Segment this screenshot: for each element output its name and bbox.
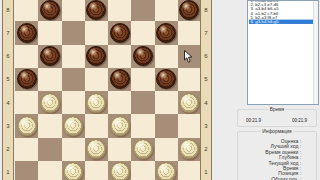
square-b7[interactable] (38, 21, 61, 44)
white-man-c1[interactable] (63, 162, 83, 180)
square-h7[interactable] (178, 21, 201, 44)
rank-label-5: 5 (3, 68, 13, 91)
square-d6[interactable] (85, 45, 108, 68)
square-c8[interactable] (62, 0, 85, 21)
info-label-8: Общих поз. : (236, 176, 316, 180)
square-e4[interactable] (108, 91, 131, 114)
square-a8[interactable] (15, 0, 38, 21)
rank-label-7: 7 (201, 21, 211, 44)
square-a1[interactable] (15, 161, 38, 180)
info-panel-rows: Оценка :Лучший ход :Время оценки :Глубин… (236, 138, 316, 180)
square-d4[interactable] (85, 91, 108, 114)
square-h8[interactable] (178, 0, 201, 21)
rank-label-4: 4 (201, 91, 211, 114)
rank-label-4: 4 (3, 91, 13, 114)
square-g6[interactable] (155, 45, 178, 68)
checkers-app-window: 87654321 87654321 1. c3-d4 d6-e52. b2-c3… (0, 0, 320, 180)
white-man-d2[interactable] (86, 139, 106, 159)
square-b3[interactable] (38, 114, 61, 137)
time-panel: Время 00:21.9 00:21.9 (237, 109, 317, 127)
square-g5[interactable] (155, 68, 178, 91)
square-h1[interactable] (178, 161, 201, 180)
square-f4[interactable] (131, 91, 154, 114)
rank-labels-right: 87654321 (200, 0, 212, 180)
square-b8[interactable] (38, 0, 61, 21)
square-b4[interactable] (38, 91, 61, 114)
rank-label-6: 6 (3, 45, 13, 68)
square-e6[interactable] (108, 45, 131, 68)
rank-label-1: 1 (3, 161, 13, 180)
square-f5[interactable] (131, 68, 154, 91)
black-man-f6[interactable] (133, 46, 153, 66)
square-c3[interactable] (62, 114, 85, 137)
white-clock: 00:21.9 (246, 118, 261, 123)
square-a4[interactable] (15, 91, 38, 114)
square-g2[interactable] (155, 138, 178, 161)
rank-label-8: 8 (201, 0, 211, 21)
square-c2[interactable] (62, 138, 85, 161)
rank-label-3: 3 (201, 114, 211, 137)
square-b6[interactable] (38, 45, 61, 68)
square-f3[interactable] (131, 114, 154, 137)
white-man-a3[interactable] (17, 116, 37, 136)
square-c1[interactable] (62, 161, 85, 180)
square-h3[interactable] (178, 114, 201, 137)
black-man-b6[interactable] (40, 46, 60, 66)
square-a5[interactable] (15, 68, 38, 91)
square-g1[interactable] (155, 161, 178, 180)
square-h2[interactable] (178, 138, 201, 161)
square-c7[interactable] (62, 21, 85, 44)
square-g4[interactable] (155, 91, 178, 114)
checkers-board (15, 0, 201, 180)
square-g7[interactable] (155, 21, 178, 44)
rank-label-6: 6 (201, 45, 211, 68)
square-f1[interactable] (131, 161, 154, 180)
rank-label-5: 5 (201, 68, 211, 91)
rank-label-1: 1 (201, 161, 211, 180)
square-c4[interactable] (62, 91, 85, 114)
white-man-g1[interactable] (156, 162, 176, 180)
square-d7[interactable] (85, 21, 108, 44)
square-a6[interactable] (15, 45, 38, 68)
black-man-d6[interactable] (86, 46, 106, 66)
square-f6[interactable] (131, 45, 154, 68)
square-d2[interactable] (85, 138, 108, 161)
square-a2[interactable] (15, 138, 38, 161)
rank-label-7: 7 (3, 21, 13, 44)
move-list-rows: 1. c3-d4 d6-e52. b2-c3 e7-d63. a3-b4 b6-… (249, 0, 314, 24)
square-d3[interactable] (85, 114, 108, 137)
black-man-d8[interactable] (86, 0, 106, 20)
square-c6[interactable] (62, 45, 85, 68)
square-b5[interactable] (38, 68, 61, 91)
square-d5[interactable] (85, 68, 108, 91)
rank-label-3: 3 (3, 114, 13, 137)
square-a7[interactable] (15, 21, 38, 44)
move-list[interactable]: 1. c3-d4 d6-e52. b2-c3 e7-d63. a3-b4 b6-… (247, 0, 319, 105)
square-f8[interactable] (131, 0, 154, 21)
black-man-b8[interactable] (40, 0, 60, 20)
info-panel: Информация Оценка :Лучший ход :Время оце… (237, 131, 317, 180)
rank-label-2: 2 (3, 138, 13, 161)
white-man-h4[interactable] (179, 93, 199, 113)
white-man-d4[interactable] (86, 93, 106, 113)
move-list-row-6[interactable]: 6. g3-h4 h6-g5 (249, 20, 314, 24)
black-clock: 00:21.9 (292, 118, 307, 123)
move-list-scrollbar[interactable] (313, 1, 318, 104)
square-d8[interactable] (85, 0, 108, 21)
black-man-a7[interactable] (17, 23, 37, 43)
white-man-f2[interactable] (133, 139, 153, 159)
white-man-c3[interactable] (63, 116, 83, 136)
side-panel: 1. c3-d4 d6-e52. b2-c3 e7-d63. a3-b4 b6-… (213, 0, 320, 180)
square-f7[interactable] (131, 21, 154, 44)
square-g8[interactable] (155, 0, 178, 21)
white-man-e1[interactable] (110, 162, 130, 180)
black-man-g5[interactable] (156, 69, 176, 89)
square-a3[interactable] (15, 114, 38, 137)
square-e1[interactable] (108, 161, 131, 180)
square-c5[interactable] (62, 68, 85, 91)
square-e5[interactable] (108, 68, 131, 91)
square-h4[interactable] (178, 91, 201, 114)
time-panel-title: Время (268, 107, 286, 112)
info-panel-title: Информация (261, 129, 294, 134)
black-man-h8[interactable] (179, 0, 199, 20)
square-e2[interactable] (108, 138, 131, 161)
white-man-e3[interactable] (110, 116, 130, 136)
rank-labels-left: 87654321 (2, 0, 14, 180)
square-e7[interactable] (108, 21, 131, 44)
white-man-h2[interactable] (179, 139, 199, 159)
black-man-g7[interactable] (156, 23, 176, 43)
mouse-cursor (184, 50, 193, 63)
square-e8[interactable] (108, 0, 131, 21)
square-b2[interactable] (38, 138, 61, 161)
rank-label-2: 2 (201, 138, 211, 161)
square-e3[interactable] (108, 114, 131, 137)
white-man-b4[interactable] (40, 93, 60, 113)
square-h5[interactable] (178, 68, 201, 91)
square-f2[interactable] (131, 138, 154, 161)
black-man-e5[interactable] (110, 69, 130, 89)
square-g3[interactable] (155, 114, 178, 137)
black-man-e7[interactable] (110, 23, 130, 43)
square-d1[interactable] (85, 161, 108, 180)
rank-label-8: 8 (3, 0, 13, 21)
square-b1[interactable] (38, 161, 61, 180)
black-man-a5[interactable] (17, 69, 37, 89)
